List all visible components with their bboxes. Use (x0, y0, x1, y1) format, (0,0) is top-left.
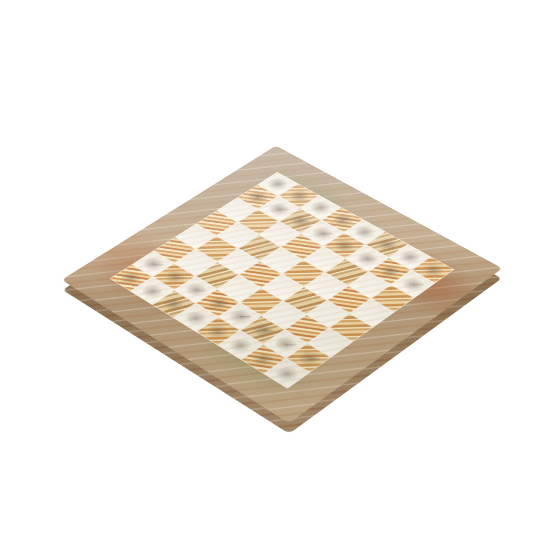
product-photo: ♜♟♞♟♝♟♚♟♛♟♝♟♟♞♜♟♟♜♞♟♟♝♟♚♟♛♟♝♟♞♟♜ (0, 0, 533, 533)
white-pawn-glyph: ♟ (397, 233, 430, 290)
scene: ♜♟♞♟♝♟♚♟♛♟♝♟♟♞♜♟♟♜♞♟♟♝♟♚♟♛♟♝♟♞♟♜ (0, 0, 533, 533)
black-rook-glyph: ♜ (268, 313, 306, 380)
chess-board: ♜♟♞♟♝♟♚♟♛♟♝♟♟♞♜♟♟♜♞♟♟♝♟♚♟♛♟♝♟♞♟♜ (61, 145, 502, 423)
